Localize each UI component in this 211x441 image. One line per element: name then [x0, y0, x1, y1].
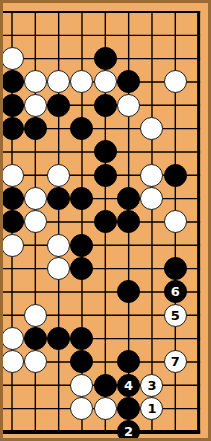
black-stone — [47, 94, 70, 117]
move-number-label: 4 — [124, 379, 133, 392]
black-stone — [1, 117, 24, 140]
white-stone — [1, 47, 24, 70]
white-stone — [94, 397, 117, 420]
move-number-label: 1 — [147, 402, 156, 415]
white-stone — [117, 94, 140, 117]
move-number-label: 5 — [171, 309, 180, 322]
black-stone — [94, 94, 117, 117]
move-number-label: 2 — [124, 425, 133, 438]
white-stone — [1, 234, 24, 257]
white-stone — [47, 164, 70, 187]
black-stone — [24, 117, 47, 140]
white-stone — [24, 94, 47, 117]
white-stone — [47, 234, 70, 257]
black-stone — [1, 187, 24, 210]
move-number-label: 3 — [147, 379, 156, 392]
black-stone — [1, 210, 24, 233]
white-stone — [1, 350, 24, 373]
white-stone — [24, 304, 47, 327]
white-stone — [1, 327, 24, 350]
move-number-label: 6 — [171, 285, 180, 298]
black-stone — [94, 47, 117, 70]
stone-move-2: 2 — [117, 420, 140, 441]
white-stone — [24, 187, 47, 210]
move-number-label: 7 — [171, 355, 180, 368]
black-stone — [1, 94, 24, 117]
black-stone — [24, 327, 47, 350]
go-diagram: 6574312 — [0, 0, 211, 441]
stone-move-5: 5 — [164, 304, 187, 327]
black-stone — [164, 164, 187, 187]
white-stone — [1, 164, 24, 187]
black-stone — [94, 164, 117, 187]
stone-move-4: 4 — [117, 374, 140, 397]
black-stone — [164, 257, 187, 280]
black-stone — [1, 70, 24, 93]
black-stone — [94, 374, 117, 397]
